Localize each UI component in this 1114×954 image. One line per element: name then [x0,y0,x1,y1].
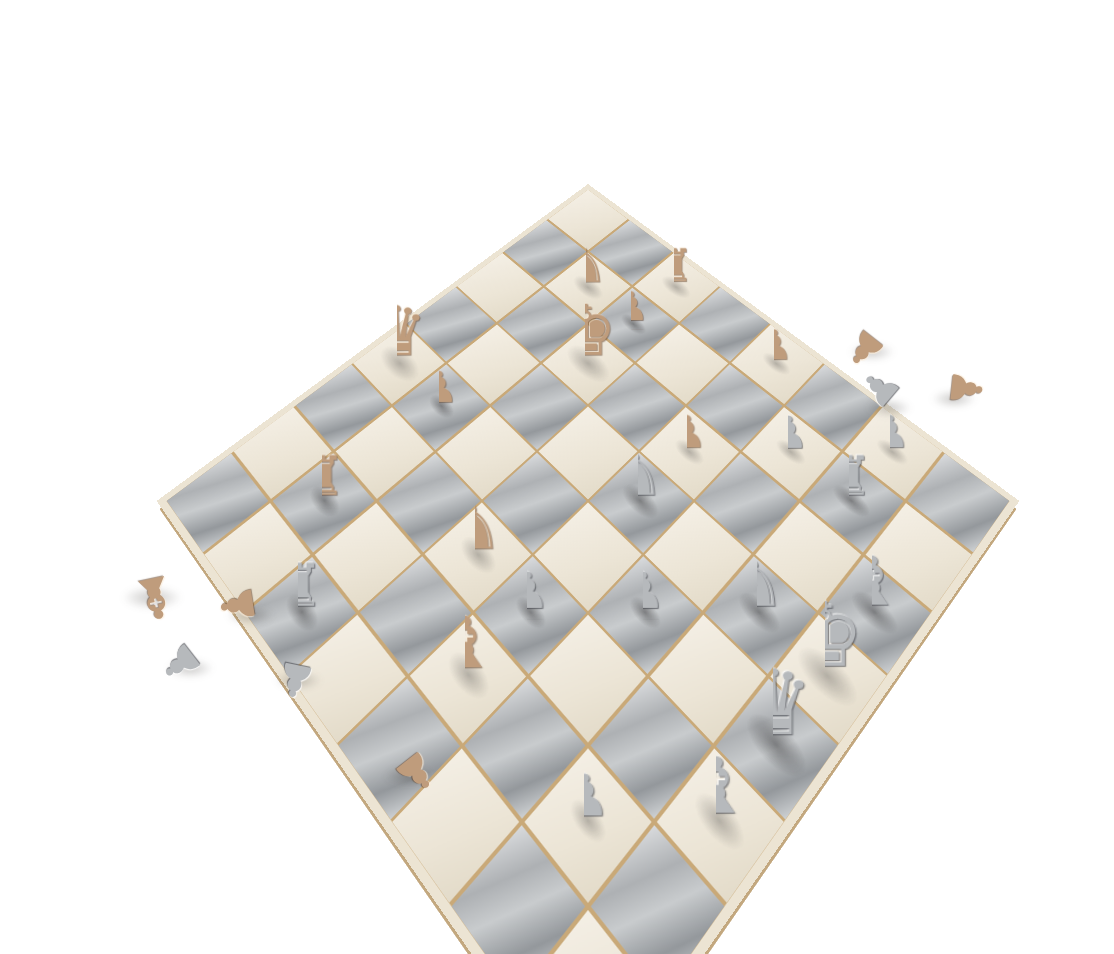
wood-queen-glyph: ♛ [366,298,427,366]
silver-rook-glyph: ♜ [825,450,874,504]
silver-queen-glyph: ♛ [732,658,813,749]
wood-pawn-glyph: ♟ [213,582,263,628]
wood-pawn-glyph: ♟ [943,367,989,409]
wood-bishop-glyph: ♝ [433,608,496,679]
wood-pawn-glyph: ♟ [756,325,793,366]
chess-board: ♛♜♜♟♟♞♜♜♚♟♟♜♞♝♟♟♞♞♟♟♟♟♟♟♞♞♜♜♟♝♛♛♚♝♝ [157,184,1020,954]
silver-knight-glyph: ♞ [729,552,786,615]
wood-rook-glyph: ♜ [654,244,695,289]
silver-pawn-glyph: ♟ [151,634,210,692]
silver-bishop-glyph: ♝ [681,747,750,824]
silver-pawn-glyph: ♟ [559,767,611,824]
silver-knight-glyph: ♞ [612,446,664,504]
wood-bishop-glyph: ♝ [125,565,186,630]
silver-pawn-glyph: ♟ [769,410,809,454]
wood-rook-glyph: ♜ [297,450,346,504]
silver-rook-glyph: ♜ [272,557,325,616]
wood-king-glyph: ♚ [554,296,617,366]
wood-pawn-glyph: ♟ [667,410,707,454]
wood-knight-glyph: ♞ [448,497,502,558]
wood-knight-glyph: ♞ [564,240,607,289]
chess-scene: ♛♜♜♟♟♞♜♜♚♟♟♜♞♝♟♟♞♞♟♟♟♟♟♟♞♞♜♜♟♝♛♛♚♝♝ [283,196,893,806]
